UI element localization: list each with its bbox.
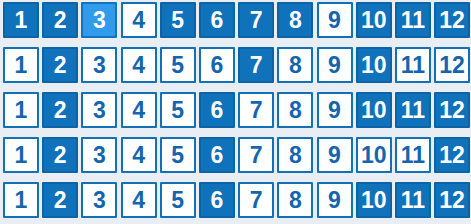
number-cell-r4-n9[interactable]: 9 — [317, 137, 353, 173]
number-cell-r5-n6[interactable]: 6 — [199, 182, 235, 218]
number-cell-r4-n8[interactable]: 8 — [277, 137, 313, 173]
number-cell-r1-n12[interactable]: 12 — [434, 2, 470, 38]
number-cell-r2-n2[interactable]: 2 — [42, 47, 78, 83]
grid-row-1: 123456789101112 — [3, 2, 471, 38]
number-cell-r1-n9[interactable]: 9 — [317, 2, 353, 38]
grid-row-3: 123456789101112 — [3, 92, 471, 128]
number-cell-r3-n10[interactable]: 10 — [356, 92, 392, 128]
number-cell-r3-n12[interactable]: 12 — [434, 92, 470, 128]
number-cell-r2-n1[interactable]: 1 — [3, 47, 39, 83]
number-cell-r3-n3[interactable]: 3 — [81, 92, 117, 128]
number-cell-r1-n1[interactable]: 1 — [3, 2, 39, 38]
number-cell-r5-n1[interactable]: 1 — [3, 182, 39, 218]
number-cell-r2-n6[interactable]: 6 — [199, 47, 235, 83]
number-cell-r4-n1[interactable]: 1 — [3, 137, 39, 173]
number-grid: 1234567891011121234567891011121234567891… — [0, 0, 471, 224]
number-cell-r5-n12[interactable]: 12 — [434, 182, 470, 218]
number-cell-r5-n11[interactable]: 11 — [395, 182, 431, 218]
number-cell-r5-n2[interactable]: 2 — [42, 182, 78, 218]
number-cell-r1-n11[interactable]: 11 — [395, 2, 431, 38]
number-cell-r3-n2[interactable]: 2 — [42, 92, 78, 128]
number-cell-r1-n2[interactable]: 2 — [42, 2, 78, 38]
number-cell-r5-n3[interactable]: 3 — [81, 182, 117, 218]
number-cell-r4-n10[interactable]: 10 — [356, 137, 392, 173]
number-cell-r4-n4[interactable]: 4 — [121, 137, 157, 173]
grid-row-4: 123456789101112 — [3, 137, 471, 173]
number-cell-r4-n6[interactable]: 6 — [199, 137, 235, 173]
number-cell-r1-n6[interactable]: 6 — [199, 2, 235, 38]
number-cell-r3-n1[interactable]: 1 — [3, 92, 39, 128]
number-cell-r5-n5[interactable]: 5 — [160, 182, 196, 218]
number-cell-r2-n5[interactable]: 5 — [160, 47, 196, 83]
number-cell-r2-n9[interactable]: 9 — [317, 47, 353, 83]
number-cell-r3-n11[interactable]: 11 — [395, 92, 431, 128]
number-cell-r1-n4[interactable]: 4 — [121, 2, 157, 38]
number-cell-r5-n4[interactable]: 4 — [121, 182, 157, 218]
number-cell-r1-n10[interactable]: 10 — [356, 2, 392, 38]
number-cell-r4-n2[interactable]: 2 — [42, 137, 78, 173]
number-cell-r5-n9[interactable]: 9 — [317, 182, 353, 218]
number-cell-r2-n12[interactable]: 12 — [434, 47, 470, 83]
number-cell-r3-n7[interactable]: 7 — [238, 92, 274, 128]
number-cell-r3-n4[interactable]: 4 — [121, 92, 157, 128]
number-cell-r4-n7[interactable]: 7 — [238, 137, 274, 173]
number-cell-r2-n8[interactable]: 8 — [277, 47, 313, 83]
number-cell-r5-n8[interactable]: 8 — [277, 182, 313, 218]
number-cell-r1-n3[interactable]: 3 — [81, 2, 117, 38]
grid-row-2: 123456789101112 — [3, 47, 471, 83]
number-cell-r3-n8[interactable]: 8 — [277, 92, 313, 128]
number-cell-r4-n11[interactable]: 11 — [395, 137, 431, 173]
number-cell-r2-n4[interactable]: 4 — [121, 47, 157, 83]
number-cell-r3-n6[interactable]: 6 — [199, 92, 235, 128]
number-cell-r4-n12[interactable]: 12 — [434, 137, 470, 173]
number-cell-r2-n10[interactable]: 10 — [356, 47, 392, 83]
number-cell-r2-n3[interactable]: 3 — [81, 47, 117, 83]
number-cell-r2-n7[interactable]: 7 — [238, 47, 274, 83]
grid-row-5: 123456789101112 — [3, 182, 471, 218]
number-cell-r2-n11[interactable]: 11 — [395, 47, 431, 83]
number-cell-r5-n10[interactable]: 10 — [356, 182, 392, 218]
number-cell-r3-n5[interactable]: 5 — [160, 92, 196, 128]
number-cell-r4-n3[interactable]: 3 — [81, 137, 117, 173]
number-cell-r4-n5[interactable]: 5 — [160, 137, 196, 173]
number-cell-r5-n7[interactable]: 7 — [238, 182, 274, 218]
number-cell-r1-n5[interactable]: 5 — [160, 2, 196, 38]
number-cell-r1-n7[interactable]: 7 — [238, 2, 274, 38]
number-cell-r3-n9[interactable]: 9 — [317, 92, 353, 128]
number-cell-r1-n8[interactable]: 8 — [277, 2, 313, 38]
